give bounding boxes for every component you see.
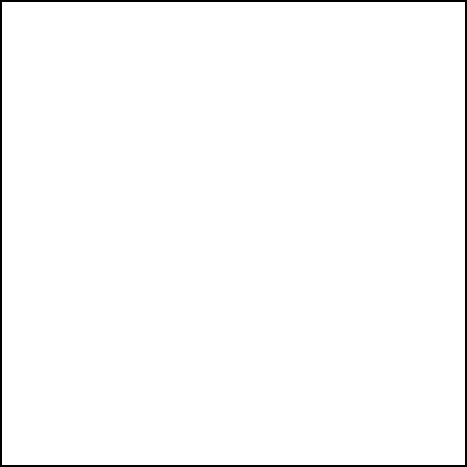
crossword-grid xyxy=(0,0,467,467)
crossword-board xyxy=(0,0,467,467)
